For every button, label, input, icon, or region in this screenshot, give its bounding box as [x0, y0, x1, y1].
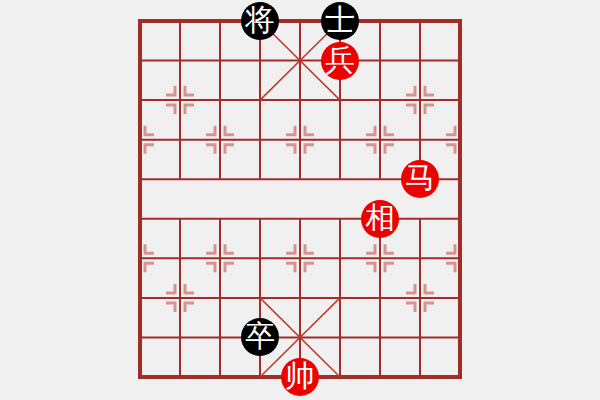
board-point[interactable] [400, 80, 440, 120]
board-point[interactable] [200, 1, 240, 41]
board-point[interactable] [440, 318, 480, 358]
board-point[interactable] [280, 199, 320, 239]
board-point[interactable] [440, 41, 480, 81]
board-point[interactable] [200, 80, 240, 120]
board-point[interactable] [280, 159, 320, 199]
board-point[interactable] [360, 1, 400, 41]
board-point[interactable] [160, 159, 200, 199]
board-point[interactable] [360, 238, 400, 278]
board-point[interactable] [120, 318, 160, 358]
board-point[interactable]: 兵 [320, 41, 360, 81]
board-point[interactable] [320, 357, 360, 397]
board-point[interactable] [320, 80, 360, 120]
piece-red-general[interactable]: 帅 [281, 358, 319, 396]
board-point[interactable] [160, 199, 200, 239]
board-point[interactable] [360, 80, 400, 120]
piece-black-advisor[interactable]: 士 [321, 2, 359, 40]
board-point[interactable] [400, 199, 440, 239]
board-point[interactable] [240, 199, 280, 239]
board-point[interactable] [240, 357, 280, 397]
board-point[interactable] [320, 278, 360, 318]
piece-glyph: 兵 [325, 45, 355, 75]
board-point[interactable] [440, 159, 480, 199]
board-point[interactable] [440, 1, 480, 41]
board-point[interactable] [200, 278, 240, 318]
board-point[interactable] [360, 318, 400, 358]
board-point[interactable]: 相 [360, 199, 400, 239]
board-point[interactable] [320, 159, 360, 199]
piece-black-soldier[interactable]: 卒 [241, 318, 279, 356]
piece-red-soldier[interactable]: 兵 [321, 42, 359, 80]
board-point[interactable] [280, 80, 320, 120]
board-point[interactable] [240, 238, 280, 278]
board-point[interactable] [320, 120, 360, 160]
board-point[interactable] [120, 238, 160, 278]
piece-black-general[interactable]: 将 [241, 2, 279, 40]
xiangqi-board: 将士兵马相卒帅 [0, 0, 600, 400]
board-point[interactable] [320, 318, 360, 358]
board-point[interactable] [440, 199, 480, 239]
board-point[interactable]: 帅 [280, 357, 320, 397]
board-point[interactable] [200, 238, 240, 278]
board-point[interactable] [400, 357, 440, 397]
board-point[interactable] [400, 238, 440, 278]
board-point[interactable] [120, 199, 160, 239]
board-point[interactable] [440, 357, 480, 397]
board-point[interactable] [360, 159, 400, 199]
board-point[interactable] [120, 80, 160, 120]
board-point[interactable] [120, 120, 160, 160]
board-point[interactable] [280, 41, 320, 81]
board-point[interactable] [440, 238, 480, 278]
board-point[interactable] [400, 120, 440, 160]
board-point[interactable] [280, 318, 320, 358]
board-point[interactable] [160, 80, 200, 120]
board-point[interactable] [200, 318, 240, 358]
board-point[interactable] [120, 1, 160, 41]
board-point[interactable] [280, 1, 320, 41]
board-point[interactable] [400, 1, 440, 41]
board-point[interactable] [280, 120, 320, 160]
board-point[interactable]: 士 [320, 1, 360, 41]
board-point[interactable]: 马 [400, 159, 440, 199]
board-point[interactable] [160, 41, 200, 81]
board-point[interactable] [240, 120, 280, 160]
board-point[interactable]: 卒 [240, 318, 280, 358]
board-point[interactable] [160, 318, 200, 358]
board-point[interactable] [200, 159, 240, 199]
board-point[interactable] [360, 357, 400, 397]
board-point[interactable] [360, 120, 400, 160]
board-point[interactable] [280, 278, 320, 318]
board-point[interactable] [120, 357, 160, 397]
piece-red-horse[interactable]: 马 [401, 160, 439, 198]
board-point[interactable] [240, 278, 280, 318]
board-point[interactable] [160, 120, 200, 160]
board-point[interactable] [320, 199, 360, 239]
board-point[interactable] [200, 199, 240, 239]
piece-glyph: 将 [245, 5, 275, 35]
board-point[interactable] [200, 120, 240, 160]
board-point[interactable] [160, 1, 200, 41]
board-point[interactable] [440, 80, 480, 120]
piece-red-elephant[interactable]: 相 [361, 200, 399, 238]
board-point[interactable] [200, 41, 240, 81]
board-point[interactable] [280, 238, 320, 278]
board-point[interactable] [320, 238, 360, 278]
board-point[interactable] [240, 159, 280, 199]
board-point[interactable] [120, 159, 160, 199]
board-point[interactable] [240, 80, 280, 120]
board-point[interactable] [160, 357, 200, 397]
board-point[interactable] [400, 41, 440, 81]
board-point[interactable] [440, 120, 480, 160]
board-point[interactable] [240, 41, 280, 81]
board-point[interactable] [120, 41, 160, 81]
board-point[interactable] [360, 41, 400, 81]
piece-glyph: 士 [325, 5, 355, 35]
piece-glyph: 帅 [285, 361, 315, 391]
board-point[interactable] [200, 357, 240, 397]
board-point[interactable] [400, 278, 440, 318]
board-point[interactable] [160, 278, 200, 318]
piece-glyph: 相 [365, 203, 395, 233]
piece-grid: 将士兵马相卒帅 [120, 1, 480, 397]
board-point[interactable] [440, 278, 480, 318]
board-point[interactable] [160, 238, 200, 278]
board-point[interactable] [360, 278, 400, 318]
board-point[interactable]: 将 [240, 1, 280, 41]
piece-glyph: 马 [405, 163, 435, 193]
board-point[interactable] [400, 318, 440, 358]
piece-glyph: 卒 [245, 321, 275, 351]
board-point[interactable] [120, 278, 160, 318]
